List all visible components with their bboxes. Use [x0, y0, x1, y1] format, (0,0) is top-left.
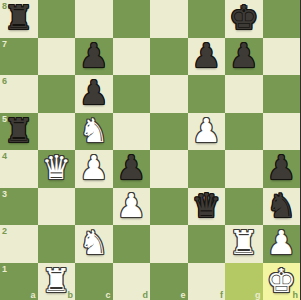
square-c8[interactable]	[75, 0, 113, 38]
piece-black-queen[interactable]: ♛	[188, 188, 226, 226]
square-h5[interactable]	[263, 113, 301, 151]
square-a4[interactable]: 4	[0, 150, 38, 188]
square-c3[interactable]	[75, 188, 113, 226]
square-a6[interactable]: 6	[0, 75, 38, 113]
file-label-g: g	[255, 290, 261, 300]
file-label-c: c	[105, 290, 110, 300]
square-b2[interactable]	[38, 225, 76, 263]
square-h4[interactable]: ♟	[263, 150, 301, 188]
rank-label-2: 2	[2, 226, 7, 236]
square-f1[interactable]: f	[188, 263, 226, 300]
piece-white-pawn[interactable]: ♟	[263, 225, 301, 263]
piece-black-pawn[interactable]: ♟	[188, 38, 226, 76]
piece-white-pawn[interactable]: ♟	[113, 188, 151, 226]
rank-label-6: 6	[2, 76, 7, 86]
file-label-e: e	[180, 290, 185, 300]
square-f2[interactable]	[188, 225, 226, 263]
square-a2[interactable]: 2	[0, 225, 38, 263]
piece-black-pawn[interactable]: ♟	[113, 150, 151, 188]
square-d3[interactable]: ♟	[113, 188, 151, 226]
piece-black-pawn[interactable]: ♟	[263, 150, 301, 188]
piece-white-rook[interactable]: ♜	[225, 225, 263, 263]
square-d4[interactable]: ♟	[113, 150, 151, 188]
square-b8[interactable]	[38, 0, 76, 38]
square-h1[interactable]: h♚	[263, 263, 301, 300]
square-g8[interactable]: ♚	[225, 0, 263, 38]
square-h6[interactable]	[263, 75, 301, 113]
piece-white-queen[interactable]: ♛	[38, 150, 76, 188]
square-g5[interactable]	[225, 113, 263, 151]
square-g6[interactable]	[225, 75, 263, 113]
square-c6[interactable]: ♟	[75, 75, 113, 113]
piece-white-king[interactable]: ♚	[263, 263, 301, 300]
piece-white-rook[interactable]: ♜	[38, 263, 76, 300]
square-c4[interactable]: ♟	[75, 150, 113, 188]
piece-black-rook[interactable]: ♜	[0, 113, 38, 151]
square-b1[interactable]: b♜	[38, 263, 76, 300]
square-e1[interactable]: e	[150, 263, 188, 300]
square-h8[interactable]	[263, 0, 301, 38]
rank-label-4: 4	[2, 151, 7, 161]
square-a8[interactable]: 8♜	[0, 0, 38, 38]
square-b3[interactable]	[38, 188, 76, 226]
square-g7[interactable]: ♟	[225, 38, 263, 76]
square-f4[interactable]	[188, 150, 226, 188]
square-b6[interactable]	[38, 75, 76, 113]
square-f8[interactable]	[188, 0, 226, 38]
square-a3[interactable]: 3	[0, 188, 38, 226]
square-g4[interactable]	[225, 150, 263, 188]
square-c7[interactable]: ♟	[75, 38, 113, 76]
piece-white-pawn[interactable]: ♟	[75, 150, 113, 188]
rank-label-1: 1	[2, 264, 7, 274]
file-label-a: a	[30, 290, 35, 300]
square-f7[interactable]: ♟	[188, 38, 226, 76]
square-g2[interactable]: ♜	[225, 225, 263, 263]
file-label-d: d	[143, 290, 149, 300]
square-c2[interactable]: ♞	[75, 225, 113, 263]
piece-black-king[interactable]: ♚	[225, 0, 263, 38]
square-e3[interactable]	[150, 188, 188, 226]
square-d8[interactable]	[113, 0, 151, 38]
file-label-f: f	[220, 290, 223, 300]
square-f3[interactable]: ♛	[188, 188, 226, 226]
square-b7[interactable]	[38, 38, 76, 76]
piece-white-knight[interactable]: ♞	[75, 113, 113, 151]
rank-label-3: 3	[2, 189, 7, 199]
square-d5[interactable]	[113, 113, 151, 151]
piece-white-pawn[interactable]: ♟	[188, 113, 226, 151]
square-d6[interactable]	[113, 75, 151, 113]
square-d1[interactable]: d	[113, 263, 151, 300]
chess-board: 8♜♚7♟♟♟6♟5♜♞♟4♛♟♟♟3♟♛♞2♞♜♟1ab♜cdefgh♚	[0, 0, 300, 300]
rank-label-7: 7	[2, 39, 7, 49]
square-c5[interactable]: ♞	[75, 113, 113, 151]
square-e7[interactable]	[150, 38, 188, 76]
square-a5[interactable]: 5♜	[0, 113, 38, 151]
square-d7[interactable]	[113, 38, 151, 76]
square-h2[interactable]: ♟	[263, 225, 301, 263]
piece-black-knight[interactable]: ♞	[263, 188, 301, 226]
square-h7[interactable]	[263, 38, 301, 76]
square-e8[interactable]	[150, 0, 188, 38]
square-g1[interactable]: g	[225, 263, 263, 300]
square-d2[interactable]	[113, 225, 151, 263]
square-f5[interactable]: ♟	[188, 113, 226, 151]
square-h3[interactable]: ♞	[263, 188, 301, 226]
square-f6[interactable]	[188, 75, 226, 113]
piece-white-knight[interactable]: ♞	[75, 225, 113, 263]
square-b5[interactable]	[38, 113, 76, 151]
square-e2[interactable]	[150, 225, 188, 263]
square-b4[interactable]: ♛	[38, 150, 76, 188]
square-a7[interactable]: 7	[0, 38, 38, 76]
square-g3[interactable]	[225, 188, 263, 226]
piece-black-pawn[interactable]: ♟	[75, 75, 113, 113]
piece-black-pawn[interactable]: ♟	[75, 38, 113, 76]
square-e5[interactable]	[150, 113, 188, 151]
piece-black-rook[interactable]: ♜	[0, 0, 38, 38]
square-e4[interactable]	[150, 150, 188, 188]
square-a1[interactable]: 1a	[0, 263, 38, 300]
square-c1[interactable]: c	[75, 263, 113, 300]
square-e6[interactable]	[150, 75, 188, 113]
piece-black-pawn[interactable]: ♟	[225, 38, 263, 76]
